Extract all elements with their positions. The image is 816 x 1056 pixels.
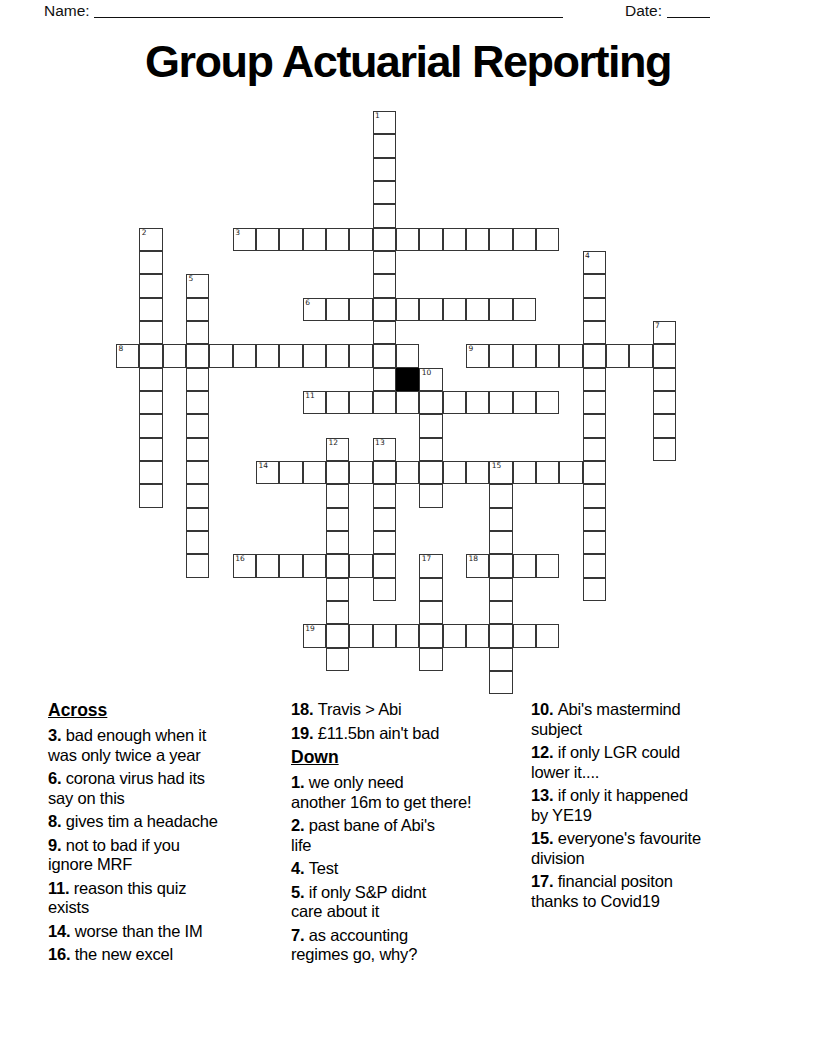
clue-item: 6. corona virus had its say on this [48, 769, 282, 808]
grid-cell[interactable] [653, 391, 676, 414]
clue-number: 19. [291, 724, 318, 742]
grid-cell[interactable] [373, 554, 396, 577]
grid-cell[interactable] [489, 554, 512, 577]
grid-cell[interactable] [653, 368, 676, 391]
grid-cell[interactable] [279, 554, 302, 577]
grid-cell[interactable] [419, 391, 442, 414]
grid-cell[interactable] [489, 298, 512, 321]
cell-number: 10 [422, 369, 432, 377]
grid-cell[interactable] [419, 438, 442, 461]
grid-cell[interactable] [279, 461, 302, 484]
grid-cell[interactable] [186, 438, 209, 461]
grid-cell[interactable] [373, 368, 396, 391]
grid-cell[interactable] [419, 298, 442, 321]
grid-cell[interactable] [139, 368, 162, 391]
clue-text: £11.5bn ain't bad [318, 724, 439, 742]
grid-cell[interactable] [186, 414, 209, 437]
clue-number: 13. [531, 786, 558, 804]
cell-number: 18 [468, 555, 478, 563]
grid-cell[interactable] [139, 438, 162, 461]
grid-cell[interactable] [373, 461, 396, 484]
down-heading: Down [291, 747, 531, 768]
grid-cell[interactable] [583, 554, 606, 577]
clue-number: 10. [531, 700, 558, 718]
grid-cell[interactable] [139, 484, 162, 507]
grid-cell[interactable] [513, 344, 536, 367]
grid-cell[interactable] [513, 461, 536, 484]
grid-cell[interactable]: 15 [489, 461, 512, 484]
grid-cell[interactable] [256, 228, 279, 251]
grid-cell[interactable]: 12 [326, 438, 349, 461]
clue-text: past bane of Abi's life [291, 816, 435, 854]
grid-cell[interactable]: 6 [303, 298, 326, 321]
cell-number: 5 [188, 275, 193, 283]
clue-item: 18. Travis > Abi [291, 700, 531, 720]
cell-number: 13 [375, 439, 385, 447]
clue-item: 1. we only need another 16m to get there… [291, 773, 531, 812]
clue-text: gives tim a headache [66, 812, 218, 830]
grid-cell[interactable] [326, 461, 349, 484]
grid-cell[interactable] [163, 344, 186, 367]
grid-cell[interactable]: 16 [233, 554, 256, 577]
grid-cell[interactable] [326, 228, 349, 251]
grid-cell[interactable]: 9 [466, 344, 489, 367]
clue-text: Test [309, 859, 338, 877]
grid-cell[interactable] [489, 601, 512, 624]
grid-cell[interactable] [489, 624, 512, 647]
grid-cell[interactable] [373, 391, 396, 414]
grid-cell[interactable]: 11 [303, 391, 326, 414]
across-clue-list: 3. bad enough when it was only twice a y… [48, 726, 282, 965]
grid-cell[interactable] [186, 508, 209, 531]
grid-cell[interactable] [396, 298, 419, 321]
clue-item: 17. financial positon thanks to Covid19 [531, 872, 771, 911]
grid-cell[interactable] [373, 204, 396, 227]
grid-cell[interactable]: 10 [419, 368, 442, 391]
grid-cell[interactable] [349, 554, 372, 577]
clue-item: 10. Abi's mastermind subject [531, 700, 771, 739]
clue-text: we only need another 16m to get there! [291, 773, 471, 811]
grid-cell[interactable] [373, 181, 396, 204]
clue-item: 13. if only it happened by YE19 [531, 786, 771, 825]
clue-item: 14. worse than the IM [48, 922, 282, 942]
cell-number: 6 [305, 299, 310, 307]
grid-cell[interactable] [443, 624, 466, 647]
grid-cell[interactable] [279, 344, 302, 367]
grid-cell[interactable] [513, 391, 536, 414]
grid-cell[interactable] [419, 648, 442, 671]
grid-cell[interactable] [139, 251, 162, 274]
grid-cell[interactable] [583, 414, 606, 437]
cell-number: 14 [258, 462, 268, 470]
grid-cell[interactable] [373, 578, 396, 601]
grid-cell[interactable] [373, 624, 396, 647]
grid-cell[interactable] [139, 414, 162, 437]
grid-cell[interactable]: 19 [303, 624, 326, 647]
cell-number: 9 [468, 345, 473, 353]
grid-cell[interactable] [396, 461, 419, 484]
grid-cell[interactable] [186, 391, 209, 414]
grid-cell[interactable] [559, 344, 582, 367]
clue-item: 16. the new excel [48, 945, 282, 965]
grid-cell[interactable] [583, 461, 606, 484]
clue-item: 2. past bane of Abi's life [291, 816, 531, 855]
grid-cell[interactable] [303, 461, 326, 484]
grid-cell[interactable] [279, 228, 302, 251]
grid-cell[interactable] [326, 601, 349, 624]
clue-number: 2. [291, 816, 309, 834]
grid-cell[interactable] [443, 391, 466, 414]
grid-cell[interactable] [489, 671, 512, 694]
grid-cell[interactable] [489, 648, 512, 671]
grid-cell[interactable] [583, 368, 606, 391]
grid-cell[interactable]: 8 [116, 344, 139, 367]
grid-cell[interactable] [186, 531, 209, 554]
grid-cell[interactable] [139, 461, 162, 484]
grid-cell[interactable]: 1 [373, 111, 396, 134]
grid-cell[interactable]: 3 [233, 228, 256, 251]
grid-cell[interactable] [326, 484, 349, 507]
clue-item: 9. not to bad if you ignore MRF [48, 836, 282, 875]
grid-cell[interactable] [373, 344, 396, 367]
grid-cell[interactable] [326, 531, 349, 554]
clue-number: 4. [291, 859, 309, 877]
clue-item: 19. £11.5bn ain't bad [291, 724, 531, 744]
grid-cell[interactable] [443, 298, 466, 321]
grid-cell[interactable] [419, 461, 442, 484]
grid-cell[interactable] [186, 368, 209, 391]
grid-cell[interactable] [583, 391, 606, 414]
grid-cell[interactable] [303, 554, 326, 577]
grid-cell[interactable] [466, 461, 489, 484]
grid-cell[interactable] [583, 344, 606, 367]
crossword-grid: 12345678910111213141516171819 [116, 111, 676, 694]
grid-cell[interactable] [139, 344, 162, 367]
clue-number: 1. [291, 773, 309, 791]
clue-item: 7. as accounting regimes go, why? [291, 926, 531, 965]
cell-number: 1 [375, 112, 380, 120]
grid-cell[interactable]: 5 [186, 274, 209, 297]
grid-cell[interactable] [536, 461, 559, 484]
grid-cell[interactable] [186, 298, 209, 321]
grid-cell[interactable] [303, 344, 326, 367]
grid-cell[interactable]: 14 [256, 461, 279, 484]
cell-number: 16 [235, 555, 245, 563]
grid-cell[interactable] [186, 461, 209, 484]
grid-cell[interactable] [326, 554, 349, 577]
grid-cell[interactable] [256, 554, 279, 577]
clue-text: worse than the IM [75, 922, 203, 940]
grid-cell[interactable] [489, 344, 512, 367]
grid-cell[interactable] [466, 228, 489, 251]
grid-cell[interactable] [373, 508, 396, 531]
grid-cell[interactable] [326, 578, 349, 601]
grid-cell[interactable] [653, 414, 676, 437]
clue-item: 8. gives tim a headache [48, 812, 282, 832]
grid-cell[interactable] [536, 624, 559, 647]
grid-cell[interactable] [303, 228, 326, 251]
clue-number: 11. [48, 879, 74, 897]
grid-cell[interactable] [489, 484, 512, 507]
grid-cell[interactable] [443, 228, 466, 251]
grid-cell[interactable] [419, 578, 442, 601]
grid-cell[interactable]: 18 [466, 554, 489, 577]
grid-cell[interactable] [583, 438, 606, 461]
grid-cell[interactable] [513, 228, 536, 251]
grid-cell[interactable] [373, 321, 396, 344]
grid-cell[interactable] [209, 344, 232, 367]
grid-cell[interactable] [186, 344, 209, 367]
grid-cell[interactable] [349, 461, 372, 484]
grid-cell[interactable] [186, 554, 209, 577]
grid-cell[interactable]: 7 [653, 321, 676, 344]
grid-cell[interactable] [559, 461, 582, 484]
grid-cell[interactable] [349, 624, 372, 647]
grid-cell[interactable] [349, 228, 372, 251]
cell-number: 2 [142, 229, 147, 237]
worksheet-page: Name: Date: Group Actuarial Reporting 12… [0, 0, 816, 1056]
grid-cell[interactable] [489, 228, 512, 251]
grid-cell[interactable] [583, 321, 606, 344]
grid-cell[interactable] [373, 228, 396, 251]
clue-number: 14. [48, 922, 75, 940]
grid-cell[interactable] [396, 391, 419, 414]
grid-cell[interactable] [373, 484, 396, 507]
grid-cell[interactable] [513, 624, 536, 647]
grid-cell[interactable]: 4 [583, 251, 606, 274]
clue-number: 6. [48, 769, 66, 787]
grid-cell[interactable] [536, 554, 559, 577]
grid-cell[interactable] [326, 298, 349, 321]
grid-cell[interactable] [326, 648, 349, 671]
grid-cell[interactable] [466, 298, 489, 321]
clue-item: 4. Test [291, 859, 531, 879]
clue-number: 5. [291, 883, 309, 901]
black-cell [396, 368, 419, 391]
clue-item: 15. everyone's favourite division [531, 829, 771, 868]
grid-cell[interactable] [583, 298, 606, 321]
clue-item: 3. bad enough when it was only twice a y… [48, 726, 282, 765]
cell-number: 15 [492, 462, 502, 470]
grid-cell[interactable] [186, 484, 209, 507]
middle-clues-column: 18. Travis > Abi19. £11.5bn ain't bad Do… [291, 700, 531, 969]
grid-cell[interactable] [536, 228, 559, 251]
clue-number: 3. [48, 726, 66, 744]
grid-cell[interactable]: 13 [373, 438, 396, 461]
clue-text: corona virus had its say on this [48, 769, 205, 807]
grid-cell[interactable] [489, 531, 512, 554]
clue-number: 16. [48, 945, 75, 963]
grid-cell[interactable] [396, 624, 419, 647]
across-clue-list-overflow: 18. Travis > Abi19. £11.5bn ain't bad [291, 700, 531, 743]
grid-cell[interactable] [326, 624, 349, 647]
cell-number: 17 [422, 555, 432, 563]
down-clues-column: 10. Abi's mastermind subject12. if only … [531, 700, 771, 915]
grid-cell[interactable] [536, 391, 559, 414]
clue-number: 7. [291, 926, 309, 944]
clue-text: as accounting regimes go, why? [291, 926, 417, 964]
grid-cell[interactable] [349, 391, 372, 414]
clue-number: 17. [531, 872, 558, 890]
grid-cell[interactable] [373, 251, 396, 274]
down-clue-list-overflow: 10. Abi's mastermind subject12. if only … [531, 700, 771, 911]
cell-number: 4 [585, 252, 590, 260]
clue-number: 12. [531, 743, 558, 761]
grid-cell[interactable] [419, 601, 442, 624]
clue-text: bad enough when it was only twice a year [48, 726, 206, 764]
name-label: Name: [44, 2, 90, 20]
grid-cell[interactable] [513, 298, 536, 321]
clue-text: if only S&P didnt care about it [291, 883, 426, 921]
grid-cell[interactable] [326, 508, 349, 531]
grid-cell[interactable] [186, 321, 209, 344]
grid-cell[interactable] [466, 624, 489, 647]
cell-number: 11 [305, 392, 315, 400]
grid-cell[interactable]: 17 [419, 554, 442, 577]
grid-cell[interactable] [489, 508, 512, 531]
down-clue-list: 1. we only need another 16m to get there… [291, 773, 531, 965]
date-label: Date: [625, 2, 662, 20]
grid-cell[interactable]: 2 [139, 228, 162, 251]
grid-cell[interactable] [629, 344, 652, 367]
cell-number: 3 [235, 229, 240, 237]
grid-cell[interactable] [443, 461, 466, 484]
grid-cell[interactable] [396, 344, 419, 367]
grid-cell[interactable] [489, 391, 512, 414]
date-input-line[interactable] [667, 2, 710, 18]
grid-cell[interactable] [139, 321, 162, 344]
grid-cell[interactable] [466, 391, 489, 414]
cell-number: 19 [305, 625, 315, 633]
grid-cell[interactable] [373, 274, 396, 297]
across-clues-column: Across 3. bad enough when it was only tw… [48, 700, 282, 969]
grid-cell[interactable] [139, 274, 162, 297]
grid-cell[interactable] [326, 344, 349, 367]
across-heading: Across [48, 700, 282, 721]
clue-item: 12. if only LGR could lower it.... [531, 743, 771, 782]
grid-cell[interactable] [583, 578, 606, 601]
grid-cell[interactable] [583, 508, 606, 531]
clue-item: 11. reason this quiz exists [48, 879, 282, 918]
grid-cell[interactable] [256, 344, 279, 367]
grid-cell[interactable] [536, 344, 559, 367]
grid-cell[interactable] [419, 624, 442, 647]
grid-cell[interactable] [653, 438, 676, 461]
grid-cell[interactable] [489, 578, 512, 601]
grid-cell[interactable] [419, 484, 442, 507]
grid-cell[interactable] [373, 158, 396, 181]
grid-cell[interactable] [396, 228, 419, 251]
grid-cell[interactable] [326, 391, 349, 414]
grid-cell[interactable] [373, 134, 396, 157]
cell-number: 8 [119, 345, 124, 353]
page-title: Group Actuarial Reporting [0, 36, 816, 88]
grid-cell[interactable] [373, 531, 396, 554]
grid-cell[interactable] [139, 298, 162, 321]
clue-number: 18. [291, 700, 318, 718]
clue-text: Travis > Abi [318, 700, 402, 718]
clue-number: 8. [48, 812, 66, 830]
grid-cell[interactable] [583, 484, 606, 507]
grid-cell[interactable] [583, 274, 606, 297]
grid-cell[interactable] [606, 344, 629, 367]
clue-number: 15. [531, 829, 558, 847]
grid-cell[interactable] [653, 344, 676, 367]
grid-cell[interactable] [583, 531, 606, 554]
name-input-line[interactable] [94, 2, 563, 18]
cell-number: 12 [328, 439, 338, 447]
grid-cell[interactable] [349, 298, 372, 321]
grid-cell[interactable] [419, 228, 442, 251]
clue-number: 9. [48, 836, 66, 854]
cell-number: 7 [655, 322, 660, 330]
grid-cell[interactable] [139, 391, 162, 414]
grid-cell[interactable] [419, 414, 442, 437]
clue-item: 5. if only S&P didnt care about it [291, 883, 531, 922]
grid-cell[interactable] [233, 344, 256, 367]
grid-cell[interactable] [513, 554, 536, 577]
clue-text: not to bad if you ignore MRF [48, 836, 180, 874]
clue-text: the new excel [75, 945, 173, 963]
grid-cell[interactable] [373, 298, 396, 321]
grid-cell[interactable] [349, 344, 372, 367]
